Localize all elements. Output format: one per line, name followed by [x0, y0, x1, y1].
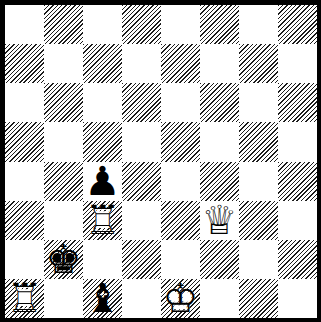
- square-c3[interactable]: ♜♖: [83, 201, 122, 240]
- queen-glyph: ♕: [202, 201, 238, 240]
- square-b3[interactable]: [44, 201, 83, 240]
- square-g6[interactable]: [239, 83, 278, 122]
- black-bishop-c1[interactable]: ♝: [83, 279, 122, 318]
- square-e7[interactable]: [161, 44, 200, 83]
- square-h1[interactable]: [278, 279, 317, 318]
- square-g3[interactable]: [239, 201, 278, 240]
- square-f5[interactable]: [200, 122, 239, 161]
- square-e2[interactable]: [161, 240, 200, 279]
- square-e6[interactable]: [161, 83, 200, 122]
- square-d8[interactable]: [122, 5, 161, 44]
- square-f1[interactable]: [200, 279, 239, 318]
- square-h4[interactable]: [278, 162, 317, 201]
- square-g1[interactable]: [239, 279, 278, 318]
- square-a1[interactable]: ♜♖: [5, 279, 44, 318]
- square-c1[interactable]: ♝: [83, 279, 122, 318]
- square-c8[interactable]: [83, 5, 122, 44]
- square-b4[interactable]: [44, 162, 83, 201]
- chess-diagram: ♟♜♖♛♕♚♜♖♝♚♔: [0, 0, 321, 322]
- square-d5[interactable]: [122, 122, 161, 161]
- square-d6[interactable]: [122, 83, 161, 122]
- bishop-glyph: ♝: [85, 279, 121, 318]
- square-d2[interactable]: [122, 240, 161, 279]
- square-f7[interactable]: [200, 44, 239, 83]
- chess-board: ♟♜♖♛♕♚♜♖♝♚♔: [5, 5, 317, 318]
- square-f8[interactable]: [200, 5, 239, 44]
- black-king-b2[interactable]: ♚: [44, 240, 83, 279]
- square-b5[interactable]: [44, 122, 83, 161]
- square-b1[interactable]: [44, 279, 83, 318]
- square-g4[interactable]: [239, 162, 278, 201]
- square-h7[interactable]: [278, 44, 317, 83]
- square-a7[interactable]: [5, 44, 44, 83]
- square-d7[interactable]: [122, 44, 161, 83]
- white-rook-a1[interactable]: ♜♖: [5, 279, 44, 318]
- square-a4[interactable]: [5, 162, 44, 201]
- pawn-glyph: ♟: [85, 162, 121, 201]
- square-a5[interactable]: [5, 122, 44, 161]
- square-c2[interactable]: [83, 240, 122, 279]
- square-g2[interactable]: [239, 240, 278, 279]
- square-h8[interactable]: [278, 5, 317, 44]
- square-g7[interactable]: [239, 44, 278, 83]
- white-rook-c3[interactable]: ♜♖: [83, 201, 122, 240]
- king-glyph: ♔: [163, 279, 199, 318]
- square-h6[interactable]: [278, 83, 317, 122]
- square-b2[interactable]: ♚: [44, 240, 83, 279]
- white-queen-f3[interactable]: ♛♕: [200, 201, 239, 240]
- square-c4[interactable]: ♟: [83, 162, 122, 201]
- board-frame: ♟♜♖♛♕♚♜♖♝♚♔: [0, 0, 321, 322]
- square-g8[interactable]: [239, 5, 278, 44]
- square-c7[interactable]: [83, 44, 122, 83]
- black-pawn-c4[interactable]: ♟: [83, 162, 122, 201]
- square-a2[interactable]: [5, 240, 44, 279]
- square-d1[interactable]: [122, 279, 161, 318]
- square-e1[interactable]: ♚♔: [161, 279, 200, 318]
- square-e3[interactable]: [161, 201, 200, 240]
- white-king-e1[interactable]: ♚♔: [161, 279, 200, 318]
- square-g5[interactable]: [239, 122, 278, 161]
- square-b7[interactable]: [44, 44, 83, 83]
- square-c6[interactable]: [83, 83, 122, 122]
- square-a8[interactable]: [5, 5, 44, 44]
- square-f4[interactable]: [200, 162, 239, 201]
- square-e8[interactable]: [161, 5, 200, 44]
- square-d3[interactable]: [122, 201, 161, 240]
- square-a3[interactable]: [5, 201, 44, 240]
- square-b6[interactable]: [44, 83, 83, 122]
- square-h2[interactable]: [278, 240, 317, 279]
- square-e5[interactable]: [161, 122, 200, 161]
- square-f2[interactable]: [200, 240, 239, 279]
- square-d4[interactable]: [122, 162, 161, 201]
- rook-glyph: ♖: [7, 279, 43, 318]
- king-glyph: ♚: [46, 240, 82, 279]
- square-c5[interactable]: [83, 122, 122, 161]
- square-a6[interactable]: [5, 83, 44, 122]
- square-h5[interactable]: [278, 122, 317, 161]
- square-f3[interactable]: ♛♕: [200, 201, 239, 240]
- rook-glyph: ♖: [85, 201, 121, 240]
- square-b8[interactable]: [44, 5, 83, 44]
- square-e4[interactable]: [161, 162, 200, 201]
- square-f6[interactable]: [200, 83, 239, 122]
- square-h3[interactable]: [278, 201, 317, 240]
